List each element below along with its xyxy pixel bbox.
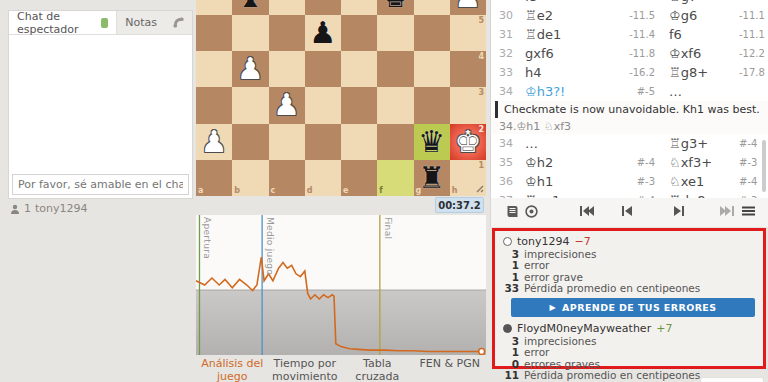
- menu-icon[interactable]: [741, 204, 756, 218]
- white-stat: 33Pérdida promedio en centipeones: [501, 283, 757, 295]
- square-e5[interactable]: [341, 15, 377, 51]
- file-label-e: e: [343, 186, 348, 195]
- white-move[interactable]: ♔h2: [521, 155, 615, 170]
- move-row-35[interactable]: 35♔h2#-4♘xf3+#-3: [491, 153, 768, 172]
- square-h4[interactable]: 4: [450, 51, 486, 87]
- piece-black-pawn[interactable]: ♟: [305, 15, 341, 51]
- stat-label: imprecisiones: [524, 335, 596, 347]
- white-move[interactable]: ♖de1: [521, 27, 615, 42]
- stat-count: 1: [501, 259, 519, 271]
- piece-black-king[interactable]: ♚: [377, 0, 413, 15]
- tab-label-line2: movimiento: [269, 370, 342, 382]
- square-f6[interactable]: ♚: [377, 0, 413, 15]
- eval-graph-canvas[interactable]: [196, 215, 486, 355]
- square-d1[interactable]: d: [305, 160, 341, 196]
- person-icon: [10, 204, 20, 214]
- square-g1[interactable]: g♜: [414, 160, 450, 196]
- square-a3[interactable]: [196, 87, 232, 123]
- black-move[interactable]: f6: [655, 27, 739, 42]
- square-e1[interactable]: e: [341, 160, 377, 196]
- square-d4[interactable]: [305, 51, 341, 87]
- move-row-33[interactable]: 33h4-16.2♖g8+-17.8: [491, 63, 768, 82]
- square-c4[interactable]: [269, 51, 305, 87]
- white-move[interactable]: …: [521, 136, 615, 151]
- square-a5[interactable]: [196, 15, 232, 51]
- watcher-name[interactable]: tony1294: [35, 202, 88, 215]
- square-a2[interactable]: ♟: [196, 124, 232, 160]
- rank-label-4: 4: [478, 52, 484, 61]
- square-e2[interactable]: [341, 124, 377, 160]
- square-c6[interactable]: [269, 0, 305, 15]
- watchers-row: 1 tony1294: [10, 202, 88, 215]
- tab-spectator-chat-label: Chat de espectador: [17, 10, 96, 36]
- board-resize-handle[interactable]: [474, 183, 484, 193]
- file-label-c: c: [271, 186, 276, 195]
- stat-label: error grave: [524, 271, 583, 283]
- white-player-name[interactable]: tony1294: [517, 235, 570, 248]
- first-move-icon[interactable]: [579, 204, 595, 218]
- white-move[interactable]: ♔h3?!: [521, 84, 615, 99]
- game-report-panel: tony1294 −7 3imprecisiones1error1error g…: [492, 228, 766, 369]
- black-move[interactable]: ♔g6: [655, 8, 739, 23]
- rank-label-2: 2: [478, 125, 484, 134]
- engine-variation[interactable]: 34.♔h1 ♘xf3: [491, 118, 768, 134]
- square-g6[interactable]: [414, 0, 450, 15]
- square-h6[interactable]: 6♟: [450, 0, 486, 15]
- white-score: −7: [575, 235, 591, 248]
- stat-label: errores graves: [524, 358, 600, 370]
- white-move[interactable]: ♔h1: [521, 174, 615, 189]
- engine-icon[interactable]: [524, 204, 539, 219]
- square-b5[interactable]: [232, 15, 268, 51]
- tab-notes-label: Notas: [125, 16, 157, 29]
- watchers-count: 1: [24, 202, 31, 215]
- square-g4[interactable]: [414, 51, 450, 87]
- move-row-31[interactable]: 31♖de1-11.4f6-11.1: [491, 25, 768, 44]
- chess-board: 87♝♚6♟♟5♟4♟3♟♛2♚abcdefg♜h1: [196, 0, 486, 196]
- black-move[interactable]: ♖g8+: [655, 65, 739, 80]
- square-g3[interactable]: [414, 87, 450, 123]
- white-clock: 00:37.2: [435, 197, 484, 213]
- tab-label: Tabla cruzada: [341, 357, 414, 382]
- square-d6[interactable]: [305, 0, 341, 15]
- white-stat: 3imprecisiones: [501, 248, 757, 260]
- piece-white-king[interactable]: ♚: [450, 124, 486, 160]
- square-h3[interactable]: 3: [450, 87, 486, 123]
- black-stat: 1error: [501, 347, 757, 359]
- file-label-b: b: [234, 186, 240, 195]
- black-eval: -17.8: [739, 67, 768, 78]
- stat-count: 3: [501, 335, 519, 347]
- file-label-h: h: [452, 186, 458, 195]
- white-move[interactable]: f5: [521, 0, 615, 4]
- chat-input[interactable]: [12, 174, 189, 195]
- move-number: 35: [491, 156, 521, 169]
- move-number: 34: [491, 137, 521, 150]
- white-eval: -11.8: [615, 48, 655, 59]
- analysis-toolbar: [490, 198, 768, 227]
- move-row-36[interactable]: 36♔h1#-3♘xe1#-4: [491, 172, 768, 191]
- white-move[interactable]: gxf6: [521, 46, 615, 61]
- white-eval: -11.5: [615, 10, 655, 21]
- phase-label-medio-juego: Medio juego: [265, 217, 275, 275]
- move-number: 36: [491, 175, 521, 188]
- black-stat: 0errores graves: [501, 358, 757, 370]
- analysis-tab-bar: Análisis deljuegoTiempo pormovimientoTab…: [196, 357, 486, 382]
- openings-book-icon[interactable]: [505, 204, 520, 219]
- file-label-d: d: [307, 186, 313, 195]
- tab-notes[interactable]: Notas: [117, 11, 165, 34]
- play-icon: ▶: [550, 303, 557, 312]
- piece-white-pawn[interactable]: ♟: [196, 124, 232, 160]
- square-c3[interactable]: ♟: [269, 87, 305, 123]
- square-a1[interactable]: a: [196, 160, 232, 196]
- stat-count: 1: [501, 346, 519, 358]
- black-score: +7: [656, 322, 672, 335]
- learn-button-label: APRENDE DE TUS ERRORES: [562, 302, 716, 313]
- piece-white-pawn[interactable]: ♟: [450, 0, 486, 15]
- square-b3[interactable]: [232, 87, 268, 123]
- move-row-30[interactable]: 30♖e2-11.5♔g6-11.1: [491, 6, 768, 25]
- piece-black-rook[interactable]: ♜: [414, 160, 450, 196]
- black-move[interactable]: ♖g3+: [655, 136, 739, 151]
- white-eval: #-5: [615, 86, 655, 97]
- tab-spectator-chat[interactable]: Chat de espectador: [9, 11, 117, 34]
- tab-label: Tiempo por: [269, 357, 342, 370]
- square-e4[interactable]: [341, 51, 377, 87]
- black-player-row: FloydM0neyMayweather +7: [503, 322, 757, 335]
- file-label-f: f: [379, 186, 382, 195]
- move-list-scrollbar[interactable]: [762, 140, 766, 192]
- square-g2[interactable]: ♛: [414, 124, 450, 160]
- last-move-icon[interactable]: [719, 204, 735, 218]
- rank-label-3: 3: [478, 88, 484, 97]
- square-h2[interactable]: 2♚: [450, 124, 486, 160]
- square-c5[interactable]: [269, 15, 305, 51]
- black-stat: 3imprecisiones: [501, 335, 757, 347]
- previous-move-icon[interactable]: [621, 204, 634, 218]
- square-c1[interactable]: c: [269, 160, 305, 196]
- square-f3[interactable]: [377, 87, 413, 123]
- move-row-37[interactable]: 37♖xe1#-4♖dg8#-3: [491, 191, 768, 198]
- file-label-g: g: [416, 186, 422, 195]
- square-b6[interactable]: ♝: [232, 0, 268, 15]
- stat-count: 1: [501, 271, 519, 283]
- square-f5[interactable]: [377, 15, 413, 51]
- black-player-icon: [503, 324, 512, 333]
- next-move-icon[interactable]: [672, 204, 685, 218]
- chat-enabled-indicator[interactable]: [101, 18, 108, 28]
- move-number: 31: [491, 28, 521, 41]
- clock-value: 00:37.2: [438, 200, 481, 211]
- move-number: 33: [491, 66, 521, 79]
- cropped-panel-edge: [700, 377, 764, 382]
- white-move[interactable]: h4: [521, 65, 615, 80]
- stat-count: 0: [501, 358, 519, 370]
- tab-an-lisis-del[interactable]: Análisis deljuego: [196, 357, 269, 382]
- stat-count: 3: [501, 248, 519, 260]
- black-eval: -12.2: [739, 48, 768, 59]
- white-player-icon: [503, 237, 512, 246]
- square-f2[interactable]: [377, 124, 413, 160]
- file-label-a: a: [198, 186, 203, 195]
- square-d3[interactable]: [305, 87, 341, 123]
- square-g5[interactable]: [414, 15, 450, 51]
- square-b1[interactable]: b: [232, 160, 268, 196]
- stat-count: 11: [501, 369, 519, 381]
- move-list: 29f5-11.6♔g7-11.630♖e2-11.5♔g6-11.131♖de…: [490, 0, 768, 198]
- square-f1[interactable]: f: [377, 160, 413, 196]
- stat-label: error: [524, 259, 549, 271]
- white-stat: 1error: [501, 260, 757, 272]
- square-f4[interactable]: [377, 51, 413, 87]
- square-e3[interactable]: [341, 87, 377, 123]
- piece-black-queen[interactable]: ♛: [414, 124, 450, 160]
- stat-count: 33: [501, 282, 519, 294]
- white-eval: #-4: [615, 157, 655, 168]
- tab-tiempo-por[interactable]: Tiempo pormovimiento: [269, 357, 342, 382]
- tab-tabla-cruzada[interactable]: Tabla cruzada: [341, 357, 414, 382]
- move-number: 34: [491, 85, 521, 98]
- phone-icon[interactable]: [165, 11, 192, 34]
- move-row-34[interactable]: 34…♖g3+#-4: [491, 134, 768, 153]
- black-move[interactable]: ♔xf6: [655, 46, 739, 61]
- spectator-chat-panel: Chat de espectador Notas: [8, 10, 193, 199]
- chat-message-area: [9, 35, 192, 171]
- stat-label: Pérdida promedio en centipeones: [524, 282, 700, 294]
- square-e6[interactable]: [341, 0, 377, 15]
- white-player-row: tony1294 −7: [503, 235, 757, 248]
- white-stat: 1error grave: [501, 271, 757, 283]
- black-move[interactable]: ♘xe1: [655, 174, 739, 189]
- piece-white-pawn[interactable]: ♟: [232, 51, 268, 87]
- phase-label-apertura: Apertura: [202, 217, 212, 259]
- move-row-34[interactable]: 34♔h3?!#-5…: [491, 82, 768, 101]
- square-h5[interactable]: 5: [450, 15, 486, 51]
- square-a6[interactable]: [196, 0, 232, 15]
- white-stats: 3imprecisiones1error1error grave33Pérdid…: [501, 248, 757, 294]
- move-number: 29: [491, 0, 521, 3]
- black-move[interactable]: …: [655, 84, 739, 99]
- square-d2[interactable]: [305, 124, 341, 160]
- white-eval: -11.6: [615, 0, 655, 2]
- black-eval: -11.6: [739, 0, 768, 2]
- black-eval: -11.1: [739, 10, 768, 21]
- tab-fen-pgn[interactable]: FEN & PGN: [414, 357, 487, 382]
- square-b2[interactable]: [232, 124, 268, 160]
- white-move[interactable]: ♖e2: [521, 8, 615, 23]
- white-eval: -16.2: [615, 67, 655, 78]
- rank-label-1: 1: [478, 161, 484, 170]
- stat-label: error: [524, 346, 549, 358]
- move-row-32[interactable]: 32gxf6-11.8♔xf6-12.2: [491, 44, 768, 63]
- move-number: 32: [491, 47, 521, 60]
- stat-label: Pérdida promedio en centipeones: [524, 369, 700, 381]
- white-eval: -11.4: [615, 29, 655, 40]
- black-stats: 3imprecisiones1error0errores graves11Pér…: [501, 335, 757, 381]
- learn-from-mistakes-button[interactable]: ▶ APRENDE DE TUS ERRORES: [511, 298, 755, 317]
- square-c2[interactable]: [269, 124, 305, 160]
- rank-label-5: 5: [478, 16, 484, 25]
- move-number: 30: [491, 9, 521, 22]
- current-move-marker[interactable]: [479, 349, 485, 355]
- black-move[interactable]: ♘xf3+: [655, 155, 739, 170]
- stat-label: imprecisiones: [524, 248, 596, 260]
- phase-label-final: Final: [383, 217, 393, 239]
- white-eval: #-3: [615, 176, 655, 187]
- square-a4[interactable]: [196, 51, 232, 87]
- black-move[interactable]: ♔g7: [655, 0, 739, 4]
- piece-white-pawn[interactable]: ♟: [269, 87, 305, 123]
- tab-label-line2: juego: [196, 370, 269, 382]
- tab-label: Análisis del: [196, 357, 269, 370]
- piece-black-bishop[interactable]: ♝: [232, 0, 268, 15]
- chat-tab-bar: Chat de espectador Notas: [9, 11, 192, 35]
- black-player-name[interactable]: FloydM0neyMayweather: [517, 322, 651, 335]
- square-d5[interactable]: ♟: [305, 15, 341, 51]
- engine-comment: Checkmate is now unavoidable. Kh1 was be…: [495, 101, 768, 118]
- tab-label: FEN & PGN: [414, 357, 487, 370]
- black-eval: -11.1: [739, 29, 768, 40]
- evaluation-graph[interactable]: AperturaMedio juegoFinal: [196, 215, 486, 355]
- square-b4[interactable]: ♟: [232, 51, 268, 87]
